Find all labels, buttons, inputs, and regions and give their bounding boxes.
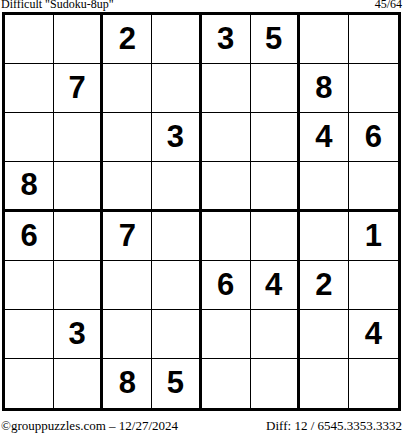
cell-r7c1-empty[interactable] (5, 310, 54, 359)
cell-r7c3-empty[interactable] (103, 310, 152, 359)
cell-r6c7-given[interactable]: 2 (300, 261, 349, 310)
cell-r6c8-empty[interactable] (349, 261, 398, 310)
cell-r8c4-given[interactable]: 5 (152, 359, 201, 408)
cell-r8c8-empty[interactable] (349, 359, 398, 408)
cell-r4c8-empty[interactable] (349, 162, 398, 211)
cell-r7c6-empty[interactable] (251, 310, 300, 359)
cell-r7c8-given[interactable]: 4 (349, 310, 398, 359)
puzzle-page: Difficult "Sudoku-8up" 45/64 23578346867… (0, 0, 403, 437)
cell-r2c2-given[interactable]: 7 (54, 64, 103, 113)
cell-r7c4-empty[interactable] (152, 310, 201, 359)
cell-r5c8-given[interactable]: 1 (349, 212, 398, 261)
copyright-text: ©grouppuzzles.com – 12/27/2024 (1, 418, 178, 433)
cell-r4c3-empty[interactable] (103, 162, 152, 211)
cell-r3c3-empty[interactable] (103, 113, 152, 162)
cell-r4c4-empty[interactable] (152, 162, 201, 211)
cell-r6c1-empty[interactable] (5, 261, 54, 310)
cell-r4c5-empty[interactable] (202, 162, 251, 211)
cell-r4c6-empty[interactable] (251, 162, 300, 211)
cell-r8c3-given[interactable]: 8 (103, 359, 152, 408)
cell-r2c8-empty[interactable] (349, 64, 398, 113)
cell-r3c5-empty[interactable] (202, 113, 251, 162)
cell-r6c2-empty[interactable] (54, 261, 103, 310)
cell-r5c6-empty[interactable] (251, 212, 300, 261)
footer: ©grouppuzzles.com – 12/27/2024 Diff: 12 … (1, 418, 402, 433)
cell-r6c6-given[interactable]: 4 (251, 261, 300, 310)
cell-r5c2-empty[interactable] (54, 212, 103, 261)
difficulty-text: Diff: 12 / 6545.3353.3332 (266, 418, 402, 433)
header: Difficult "Sudoku-8up" 45/64 (1, 0, 402, 11)
cell-r1c8-empty[interactable] (349, 15, 398, 64)
cell-r1c4-empty[interactable] (152, 15, 201, 64)
cell-r4c2-empty[interactable] (54, 162, 103, 211)
cell-r7c7-empty[interactable] (300, 310, 349, 359)
cell-r8c2-empty[interactable] (54, 359, 103, 408)
cell-r8c6-empty[interactable] (251, 359, 300, 408)
cell-r3c4-given[interactable]: 3 (152, 113, 201, 162)
cell-r6c4-empty[interactable] (152, 261, 201, 310)
cell-r3c6-empty[interactable] (251, 113, 300, 162)
cell-r5c1-given[interactable]: 6 (5, 212, 54, 261)
cell-r8c5-empty[interactable] (202, 359, 251, 408)
cell-r4c7-empty[interactable] (300, 162, 349, 211)
cell-r3c1-empty[interactable] (5, 113, 54, 162)
cell-r4c1-given[interactable]: 8 (5, 162, 54, 211)
cell-r3c8-given[interactable]: 6 (349, 113, 398, 162)
cell-r1c5-given[interactable]: 3 (202, 15, 251, 64)
cell-r2c3-empty[interactable] (103, 64, 152, 113)
cell-r5c3-given[interactable]: 7 (103, 212, 152, 261)
cell-r8c7-empty[interactable] (300, 359, 349, 408)
cell-r3c2-empty[interactable] (54, 113, 103, 162)
cell-r7c5-empty[interactable] (202, 310, 251, 359)
cell-r2c1-empty[interactable] (5, 64, 54, 113)
empty-cell-counter: 45/64 (375, 0, 402, 11)
cell-r3c7-given[interactable]: 4 (300, 113, 349, 162)
cell-r2c7-given[interactable]: 8 (300, 64, 349, 113)
sudoku-board: 2357834686716423485 (2, 12, 401, 411)
cell-r5c7-empty[interactable] (300, 212, 349, 261)
cell-r5c4-empty[interactable] (152, 212, 201, 261)
cell-r2c4-empty[interactable] (152, 64, 201, 113)
cell-r7c2-given[interactable]: 3 (54, 310, 103, 359)
cell-r2c6-empty[interactable] (251, 64, 300, 113)
cell-r6c3-empty[interactable] (103, 261, 152, 310)
cell-r1c3-given[interactable]: 2 (103, 15, 152, 64)
cell-r5c5-empty[interactable] (202, 212, 251, 261)
cell-r1c1-empty[interactable] (5, 15, 54, 64)
cell-r1c7-empty[interactable] (300, 15, 349, 64)
cell-r1c6-given[interactable]: 5 (251, 15, 300, 64)
cell-r2c5-empty[interactable] (202, 64, 251, 113)
cell-r1c2-empty[interactable] (54, 15, 103, 64)
cell-r8c1-empty[interactable] (5, 359, 54, 408)
puzzle-title: Difficult "Sudoku-8up" (1, 0, 114, 11)
cell-r6c5-given[interactable]: 6 (202, 261, 251, 310)
